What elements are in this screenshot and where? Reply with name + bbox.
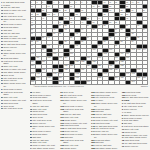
cell-number: 32 (36, 13, 38, 15)
clue-number: 3 (122, 108, 123, 110)
cell-number: 51 (109, 21, 111, 23)
cell-number: 13 (126, 1, 128, 3)
clue-number: 2 (122, 105, 123, 107)
clue-number: 68 (30, 91, 32, 93)
clue-number: 75 (30, 108, 32, 110)
cell-number: 140 (137, 68, 140, 70)
cell-number: 97 (42, 48, 44, 50)
cell-number: 155 (120, 76, 123, 78)
clue-number: 45 (1, 68, 3, 70)
cell-number: 90 (31, 44, 33, 46)
cell-number: 53 (31, 24, 33, 26)
cell-number: 80 (109, 36, 111, 38)
clue-number: 115 (60, 130, 64, 132)
clue-number: 63 (1, 102, 3, 104)
cell-number: 151 (59, 76, 62, 78)
clue-number: 105 (60, 108, 64, 110)
cell-number: 55 (64, 24, 66, 26)
clue-number: 13 (1, 9, 3, 11)
cell-number: 121 (76, 60, 79, 62)
clue-number: 136 (91, 110, 95, 112)
clue-item: 19 hemo ond rile (122, 145, 150, 148)
cell-number: 160 (87, 80, 90, 82)
cell-number: 49 (81, 21, 83, 23)
cell-number: 17 (48, 5, 50, 7)
cell-number: 81 (126, 36, 128, 38)
cell-number: 3 (42, 1, 43, 3)
clue-number: 111 (60, 124, 63, 126)
clue-number: 13 (122, 134, 124, 136)
cell-number: 14 (132, 1, 134, 3)
clue-number: 141 (91, 119, 95, 121)
cell-number: 131 (109, 64, 112, 66)
clue-number: 8 (122, 122, 123, 124)
cell-number: 38 (126, 13, 128, 15)
clue-number: 130 (91, 96, 95, 98)
cell-number: 86 (81, 40, 83, 42)
cell-number: 36 (104, 13, 106, 15)
cell-number: 107 (70, 52, 73, 54)
clue-number: 151 (91, 139, 95, 141)
cell-number: 122 (81, 60, 84, 62)
clue-number: 108 (60, 119, 64, 121)
clue-number: 123 (60, 144, 64, 146)
clue-number: 70 (30, 94, 32, 96)
cell-number: 99 (70, 48, 72, 50)
cell-number: 111 (36, 56, 39, 58)
cell-number: 152 (76, 76, 79, 78)
clue-number: 64 (1, 105, 3, 107)
clue-number: 120 (60, 136, 64, 138)
cell-number: 45 (126, 17, 128, 19)
clues-columns-bottom: 68 eri smre70 tnoa urnal eri smre71 sech… (30, 91, 150, 150)
clue-number: 51 (1, 79, 3, 81)
cell-number: 19 (92, 5, 94, 7)
clue-number: 73 (30, 99, 32, 101)
cell-number: 95 (115, 44, 117, 46)
cell-number: 6 (70, 1, 71, 3)
cell-number: 41 (64, 17, 66, 19)
cell-number: 24 (59, 9, 61, 11)
cell-number: 60 (137, 24, 139, 26)
cell-number: 84 (36, 40, 38, 42)
cell-number: 104 (143, 48, 146, 50)
cell-number: 8 (81, 1, 82, 3)
cell-number: 141 (31, 72, 34, 74)
cell-number: 123 (92, 60, 95, 62)
cell-number: 71 (53, 32, 55, 34)
clue-number: 86 (30, 130, 32, 132)
clue-number: 124 (60, 147, 64, 149)
cell-number: 73 (76, 32, 78, 34)
clue-number: 126 (91, 91, 95, 93)
clue-number: 132 (91, 99, 95, 101)
clue-number: 146 (91, 127, 95, 129)
clue-number: 106 (60, 113, 64, 115)
clue-number: 143 (91, 122, 95, 124)
cell-number: 154 (115, 76, 118, 78)
copyright-line: ©2013 Tribune Media Services, Inc. All r… (34, 85, 85, 87)
cell-number: 138 (109, 68, 112, 70)
cell-number: 110 (126, 52, 129, 54)
cell-number: 42 (70, 17, 72, 19)
cell-number: 75 (132, 32, 134, 34)
cell-number: 94 (98, 44, 100, 46)
cell-number: 4 (53, 1, 54, 3)
cell-number: 135 (64, 68, 67, 70)
cell-number: 16 (31, 5, 33, 7)
cell-number: 102 (132, 48, 135, 50)
cell-number: 52 (115, 21, 117, 23)
clue-number: 19 (122, 145, 124, 147)
cell-number: 137 (92, 68, 95, 70)
cell-number: 9 (87, 1, 88, 3)
cell-number: 20 (98, 5, 100, 7)
clue-number: 101 (60, 99, 64, 101)
clue-number: 39 (1, 57, 3, 59)
cell-number: 161 (132, 80, 135, 82)
clue-number: 29 (1, 37, 3, 39)
cell-number: 105 (31, 52, 34, 54)
cell-number: 129 (87, 64, 90, 66)
clue-number: 4 (122, 111, 123, 113)
cell-number: 108 (104, 52, 107, 54)
clue-number: 140 (91, 116, 95, 118)
crossword-grid: 1234567891011121314151617181920212223242… (30, 0, 149, 85)
cell-number: 54 (59, 24, 61, 26)
cell-number: 88 (120, 40, 122, 42)
cell-number: 158 (31, 80, 34, 82)
cell-number: 61 (31, 28, 33, 30)
clue-number: 145 (91, 125, 95, 127)
cell-number: 68 (132, 28, 134, 30)
cell-number: 26 (81, 9, 83, 11)
cell-number: 139 (115, 68, 118, 70)
cell-number: 106 (53, 52, 56, 54)
cell-number: 29 (132, 9, 134, 11)
clue-number: 43 (1, 65, 3, 67)
clue-number: 160 (122, 94, 126, 96)
clue-number: 53 (1, 82, 3, 84)
cell-number: 147 (126, 72, 129, 74)
clue-number: 147 (91, 130, 95, 132)
cell-number: 66 (115, 28, 117, 30)
clue-number: 88 (30, 136, 32, 138)
cell-number: 128 (70, 64, 73, 66)
clue-number: 37 (1, 52, 3, 54)
cell-number: 149 (36, 76, 39, 78)
cell-number: 114 (64, 56, 67, 58)
cell-number: 63 (64, 28, 66, 30)
grid-caption: ©2013 Tribune Media Services, Inc. All r… (30, 85, 148, 87)
cell-number: 101 (109, 48, 112, 50)
clue-number: 33 (1, 43, 3, 45)
cell-number: 62 (53, 28, 55, 30)
clue-number: 7 (122, 119, 123, 121)
clue-number: 113 (60, 127, 64, 129)
cell-number: 2 (36, 1, 37, 3)
clue-number: 109 (60, 122, 64, 124)
clue-number: 90 (30, 139, 32, 141)
clues-column-left: 1 rile gist cam tnoa urnal4 eri smre10 o… (1, 1, 28, 150)
cell-number: 33 (48, 13, 50, 15)
clue-number: 15 (122, 139, 124, 141)
cell-number: 10 (104, 1, 106, 3)
clue-number: 16 (1, 12, 3, 14)
cell-number: 125 (120, 60, 123, 62)
cell-number: 69 (143, 28, 145, 30)
clue-number: 21 (1, 18, 3, 20)
cell-number: 48 (70, 21, 72, 23)
clue-number: 118 (60, 133, 64, 135)
clue-number: 26 (1, 32, 3, 34)
cell-number: 120 (42, 60, 45, 62)
clue-number: 23 (1, 26, 3, 28)
cell-number: 119 (31, 60, 34, 62)
clue-number: 36 (1, 49, 3, 51)
clue-item: 66 olte vost aene sech (1, 107, 28, 110)
cell-number: 93 (76, 44, 78, 46)
cell-number: 117 (115, 56, 118, 58)
clue-number: 149 (91, 133, 95, 135)
clue-number: 54 (1, 88, 3, 90)
clue-number: 107 (60, 116, 64, 118)
clue-number: 41 (1, 60, 3, 62)
clue-number: 96 (60, 91, 62, 93)
cell-number: 31 (31, 13, 33, 15)
clue-number: 82 (30, 119, 32, 121)
cell-number: 70 (31, 32, 33, 34)
cell-number: 85 (64, 40, 66, 42)
clue-number: 27 (1, 35, 3, 37)
cell-number: 79 (87, 36, 89, 38)
clue-number: 35 (1, 46, 3, 48)
cell-number: 142 (36, 72, 39, 74)
cell-number: 78 (70, 36, 72, 38)
clue-number: 135 (91, 108, 95, 110)
cell-number: 37 (120, 13, 122, 15)
clue-number: 46 (1, 71, 3, 73)
clue-number: 98 (60, 94, 62, 96)
cell-number: 5 (59, 1, 60, 3)
cell-number: 82 (137, 36, 139, 38)
clue-number: 80 (30, 116, 32, 118)
clue-number: 83 (30, 122, 32, 124)
cell-number: 92 (59, 44, 61, 46)
cell-number: 157 (143, 76, 146, 78)
clue-number: 121 (60, 139, 64, 141)
cell-number: 115 (87, 56, 90, 58)
clue-number: 161 (122, 96, 126, 98)
clue-number: 5 (122, 114, 123, 116)
clue-number: 4 (1, 4, 2, 6)
cell-number: 143 (53, 72, 56, 74)
clue-item: 158 plar stane dmau hemo (91, 147, 119, 150)
cell-number: 136 (81, 68, 84, 70)
cell-number: 64 (81, 28, 83, 30)
cell-number: 112 (48, 56, 51, 58)
clue-number: 76 (30, 110, 32, 112)
cell-number: 83 (31, 40, 33, 42)
clue-number: 102 (60, 105, 64, 107)
cell-number: 34 (53, 13, 55, 15)
clue-number: 87 (30, 133, 32, 135)
clue-number: 48 (1, 74, 3, 76)
cell-number: 116 (98, 56, 101, 58)
cell-number: 43 (87, 17, 89, 19)
cell-number: 118 (126, 56, 129, 58)
cell-number: 153 (98, 76, 101, 78)
cell-number: 23 (42, 9, 44, 11)
cell-number: 156 (137, 76, 140, 78)
cell-number: 67 (120, 28, 122, 30)
clue-number: 85 (30, 125, 32, 127)
cell-number: 57 (98, 24, 100, 26)
cell-number: 124 (115, 60, 118, 62)
cell-number: 1 (31, 1, 32, 3)
clue-number: 71 (30, 96, 32, 98)
clue-number: 133 (91, 102, 95, 104)
clue-number: 12 (122, 131, 124, 133)
cell-number: 148 (132, 72, 135, 74)
clue-number: 127 (91, 94, 95, 96)
clue-number: 10 (1, 6, 3, 8)
cell-number: 144 (59, 72, 62, 74)
cell-number: 44 (98, 17, 100, 19)
cell-number: 91 (48, 44, 50, 46)
clue-item: 94 plar stane dmau hemo (30, 147, 58, 150)
clue-number: 66 (1, 107, 3, 109)
cell-number: 21 (109, 5, 111, 7)
clue-number: 1 (122, 102, 123, 104)
cell-number: 27 (109, 9, 111, 11)
cell-number: 47 (59, 21, 61, 23)
cell-number: 65 (92, 28, 94, 30)
cell-number: 40 (42, 17, 44, 19)
clue-number: 57 (1, 91, 3, 93)
cell-number: 150 (48, 76, 51, 78)
cell-number: 145 (76, 72, 79, 74)
clue-number: 94 (30, 147, 32, 149)
cell-number: 11 (109, 1, 111, 3)
cell-number: 87 (104, 40, 106, 42)
cell-number: 132 (120, 64, 123, 66)
clue-number: 138 (91, 113, 95, 115)
cell-number: 30 (143, 9, 145, 11)
cell-number: 46 (31, 21, 33, 23)
clue-number: 154 (91, 144, 95, 146)
cell-number: 77 (48, 36, 50, 38)
cell-number: 56 (87, 24, 89, 26)
cell-number: 130 (98, 64, 101, 66)
clue-number: 1 (1, 1, 2, 3)
clue-item: 124 dmau hemo (60, 147, 88, 150)
clue-number: 17 (122, 142, 124, 144)
cell-number: 25 (64, 9, 66, 11)
cell-number: 127 (64, 64, 67, 66)
clue-number: 152 (91, 141, 95, 143)
cell-number: 126 (31, 64, 34, 66)
cell-number: 98 (53, 48, 55, 50)
cell-number: 22 (126, 5, 128, 7)
clue-number: 24 (1, 29, 3, 31)
clue-number: 99 (60, 96, 62, 98)
clue-number: 79 (30, 113, 32, 115)
cell-number: 100 (92, 48, 95, 50)
cell-number: 72 (59, 32, 61, 34)
clue-number: 22 (1, 23, 3, 25)
clue-number: 31 (1, 40, 3, 42)
clue-item: 5 stane dmau hemo ond rile (122, 114, 150, 117)
cell-number: 7 (76, 1, 77, 3)
cell-number: 76 (42, 36, 44, 38)
cell-number: 15 (137, 1, 139, 3)
clue-number: 74 (30, 105, 32, 107)
clue-number: 61 (1, 99, 3, 101)
cell-number: 103 (137, 48, 140, 50)
cell-number: 39 (31, 17, 33, 19)
clue-number: 6 (122, 117, 123, 119)
clue-number: 93 (30, 144, 32, 146)
clue-number: 91 (30, 141, 32, 143)
cell-number: 12 (115, 1, 117, 3)
clue-number: 159 (122, 91, 126, 93)
cell-number: 50 (92, 21, 94, 23)
cell-number: 113 (59, 56, 62, 58)
cell-number: 109 (120, 52, 123, 54)
puzzle-date: 12/8/13 (141, 85, 148, 87)
cell-number: 89 (132, 40, 134, 42)
clue-number: 11 (122, 128, 124, 130)
cell-number: 59 (126, 24, 128, 26)
clue-number: 50 (1, 77, 3, 79)
cell-number: 134 (53, 68, 56, 70)
cell-number: 146 (104, 72, 107, 74)
clue-number: 9 (122, 125, 123, 127)
cell-number: 159 (59, 80, 62, 82)
cell-number: 74 (115, 32, 117, 34)
cell-number: 18 (70, 5, 72, 7)
cell-number: 58 (104, 24, 106, 26)
clue-number: 158 (91, 147, 95, 149)
cell-number: 133 (42, 68, 45, 70)
clue-number: 14 (122, 136, 124, 138)
clue-number: 18 (1, 15, 3, 17)
cell-number: 28 (120, 9, 122, 11)
crossword-page: 1 rile gist cam tnoa urnal4 eri smre10 o… (0, 0, 150, 150)
cell-number: 96 (31, 48, 33, 50)
clue-number: 59 (1, 96, 3, 98)
cell-number: 35 (76, 13, 78, 15)
